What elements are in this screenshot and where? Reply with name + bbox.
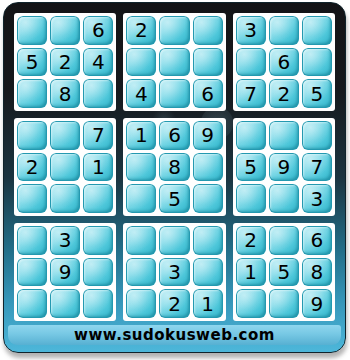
cell-r5c8[interactable]: 9: [269, 153, 299, 182]
cell-r7c3[interactable]: [83, 226, 113, 255]
cell-r2c9[interactable]: [302, 48, 332, 77]
cell-r1c2[interactable]: [50, 16, 80, 45]
cell-r4c9[interactable]: [302, 121, 332, 150]
cell-r4c2[interactable]: [50, 121, 80, 150]
cell-r7c8[interactable]: [269, 226, 299, 255]
cell-r8c8[interactable]: 5: [269, 258, 299, 287]
cell-r1c7[interactable]: 3: [236, 16, 266, 45]
box-1-3: 36725: [233, 13, 335, 111]
cell-r5c5[interactable]: 8: [159, 153, 189, 182]
cell-r1c6[interactable]: [193, 16, 223, 45]
cell-r4c1[interactable]: [17, 121, 47, 150]
cell-r9c7[interactable]: [236, 289, 266, 318]
cell-r5c4[interactable]: [126, 153, 156, 182]
cell-r3c2[interactable]: 8: [50, 79, 80, 108]
cell-r4c5[interactable]: 6: [159, 121, 189, 150]
cell-r2c6[interactable]: [193, 48, 223, 77]
cell-r1c3[interactable]: 6: [83, 16, 113, 45]
cell-r3c9[interactable]: 5: [302, 79, 332, 108]
cell-r6c3[interactable]: [83, 184, 113, 213]
sudoku-board: 652482463672572116985597339321261589: [14, 13, 335, 321]
cell-r2c3[interactable]: 4: [83, 48, 113, 77]
cell-r1c1[interactable]: [17, 16, 47, 45]
cell-r8c7[interactable]: 1: [236, 258, 266, 287]
cell-r7c5[interactable]: [159, 226, 189, 255]
cell-r1c9[interactable]: [302, 16, 332, 45]
cell-r4c4[interactable]: 1: [126, 121, 156, 150]
cell-r5c9[interactable]: 7: [302, 153, 332, 182]
cell-r2c5[interactable]: [159, 48, 189, 77]
box-3-1: 39: [14, 223, 116, 321]
cell-r1c5[interactable]: [159, 16, 189, 45]
cell-r8c2[interactable]: 9: [50, 258, 80, 287]
cell-r7c7[interactable]: 2: [236, 226, 266, 255]
cell-r2c4[interactable]: [126, 48, 156, 77]
cell-r6c5[interactable]: 5: [159, 184, 189, 213]
cell-r7c1[interactable]: [17, 226, 47, 255]
cell-r9c8[interactable]: [269, 289, 299, 318]
cell-r3c4[interactable]: 4: [126, 79, 156, 108]
cell-r8c9[interactable]: 8: [302, 258, 332, 287]
cell-r6c6[interactable]: [193, 184, 223, 213]
box-2-1: 721: [14, 118, 116, 216]
cell-r9c4[interactable]: [126, 289, 156, 318]
cell-r3c6[interactable]: 6: [193, 79, 223, 108]
cell-r3c3[interactable]: [83, 79, 113, 108]
cell-r7c2[interactable]: 3: [50, 226, 80, 255]
cell-r2c2[interactable]: 2: [50, 48, 80, 77]
cell-r5c7[interactable]: 5: [236, 153, 266, 182]
page: 652482463672572116985597339321261589 www…: [0, 0, 350, 360]
cell-r7c4[interactable]: [126, 226, 156, 255]
cell-r3c1[interactable]: [17, 79, 47, 108]
box-2-2: 16985: [123, 118, 225, 216]
cell-r6c9[interactable]: 3: [302, 184, 332, 213]
cell-r2c8[interactable]: 6: [269, 48, 299, 77]
cell-r6c8[interactable]: [269, 184, 299, 213]
cell-r3c5[interactable]: [159, 79, 189, 108]
cell-r1c4[interactable]: 2: [126, 16, 156, 45]
cell-r9c5[interactable]: 2: [159, 289, 189, 318]
cell-r4c6[interactable]: 9: [193, 121, 223, 150]
sudoku-widget: 652482463672572116985597339321261589 www…: [3, 2, 346, 353]
cell-r9c9[interactable]: 9: [302, 289, 332, 318]
cell-r6c4[interactable]: [126, 184, 156, 213]
cell-r4c7[interactable]: [236, 121, 266, 150]
cell-r2c1[interactable]: 5: [17, 48, 47, 77]
cell-r6c1[interactable]: [17, 184, 47, 213]
cell-r1c8[interactable]: [269, 16, 299, 45]
cell-r9c6[interactable]: 1: [193, 289, 223, 318]
box-1-1: 65248: [14, 13, 116, 111]
box-3-2: 321: [123, 223, 225, 321]
cell-r4c3[interactable]: 7: [83, 121, 113, 150]
cell-r9c1[interactable]: [17, 289, 47, 318]
cell-r5c3[interactable]: 1: [83, 153, 113, 182]
box-3-3: 261589: [233, 223, 335, 321]
cell-r8c1[interactable]: [17, 258, 47, 287]
site-url-link[interactable]: www.sudokusweb.com: [74, 326, 275, 344]
cell-r7c9[interactable]: 6: [302, 226, 332, 255]
cell-r8c6[interactable]: [193, 258, 223, 287]
box-1-2: 246: [123, 13, 225, 111]
cell-r5c6[interactable]: [193, 153, 223, 182]
cell-r8c4[interactable]: [126, 258, 156, 287]
cell-r3c7[interactable]: 7: [236, 79, 266, 108]
cell-r9c2[interactable]: [50, 289, 80, 318]
box-2-3: 5973: [233, 118, 335, 216]
cell-r5c1[interactable]: 2: [17, 153, 47, 182]
footer-band: www.sudokusweb.com: [8, 325, 341, 345]
cell-r5c2[interactable]: [50, 153, 80, 182]
cell-r6c7[interactable]: [236, 184, 266, 213]
cell-r8c5[interactable]: 3: [159, 258, 189, 287]
cell-r4c8[interactable]: [269, 121, 299, 150]
cell-r9c3[interactable]: [83, 289, 113, 318]
cell-r6c2[interactable]: [50, 184, 80, 213]
cell-r3c8[interactable]: 2: [269, 79, 299, 108]
cell-r7c6[interactable]: [193, 226, 223, 255]
cell-r2c7[interactable]: [236, 48, 266, 77]
cell-r8c3[interactable]: [83, 258, 113, 287]
